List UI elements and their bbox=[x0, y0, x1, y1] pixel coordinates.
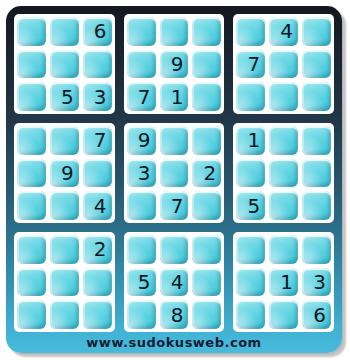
given-digit: 6 bbox=[313, 305, 326, 325]
sudoku-cell[interactable] bbox=[302, 126, 331, 155]
sudoku-cell[interactable] bbox=[236, 235, 265, 264]
sudoku-cell[interactable]: 1 bbox=[236, 126, 265, 155]
sudoku-cell[interactable] bbox=[269, 235, 298, 264]
sudoku-cell[interactable]: 6 bbox=[83, 17, 112, 46]
sudoku-cell[interactable] bbox=[302, 235, 331, 264]
given-digit: 7 bbox=[138, 87, 151, 107]
sudoku-cell[interactable] bbox=[127, 50, 156, 79]
sudoku-cell[interactable]: 3 bbox=[127, 159, 156, 188]
sudoku-cell[interactable] bbox=[192, 268, 221, 297]
sudoku-cell[interactable]: 4 bbox=[269, 17, 298, 46]
sudoku-cell[interactable] bbox=[160, 126, 189, 155]
site-link[interactable]: www.sudokusweb.com bbox=[14, 332, 334, 353]
sudoku-cell[interactable]: 7 bbox=[83, 126, 112, 155]
sudoku-boxes-grid: 653 971 47 794 9327 15 2 548 136 bbox=[14, 14, 334, 332]
sudoku-cell[interactable]: 5 bbox=[236, 191, 265, 220]
sudoku-box: 548 bbox=[124, 232, 225, 332]
given-digit: 5 bbox=[138, 272, 151, 292]
sudoku-cell[interactable] bbox=[192, 300, 221, 329]
sudoku-cell[interactable]: 3 bbox=[83, 82, 112, 111]
given-digit: 6 bbox=[94, 21, 107, 41]
sudoku-cell[interactable] bbox=[127, 17, 156, 46]
sudoku-cell[interactable] bbox=[160, 17, 189, 46]
sudoku-cell[interactable]: 8 bbox=[160, 300, 189, 329]
sudoku-cell[interactable] bbox=[302, 50, 331, 79]
given-digit: 9 bbox=[138, 130, 151, 150]
sudoku-cell[interactable] bbox=[236, 17, 265, 46]
sudoku-cell[interactable] bbox=[192, 17, 221, 46]
sudoku-cell[interactable]: 5 bbox=[127, 268, 156, 297]
given-digit: 1 bbox=[280, 272, 293, 292]
sudoku-cell[interactable] bbox=[17, 82, 46, 111]
sudoku-cell[interactable] bbox=[269, 191, 298, 220]
sudoku-cell[interactable] bbox=[127, 191, 156, 220]
sudoku-cell[interactable]: 1 bbox=[160, 82, 189, 111]
sudoku-box: 971 bbox=[124, 14, 225, 114]
given-digit: 5 bbox=[61, 87, 74, 107]
sudoku-cell[interactable] bbox=[17, 159, 46, 188]
given-digit: 4 bbox=[94, 196, 107, 216]
sudoku-cell[interactable] bbox=[269, 159, 298, 188]
sudoku-cell[interactable]: 9 bbox=[127, 126, 156, 155]
sudoku-cell[interactable] bbox=[17, 268, 46, 297]
sudoku-box: 794 bbox=[14, 123, 115, 223]
sudoku-cell[interactable] bbox=[236, 300, 265, 329]
sudoku-box: 653 bbox=[14, 14, 115, 114]
sudoku-cell[interactable] bbox=[83, 300, 112, 329]
sudoku-cell[interactable] bbox=[17, 17, 46, 46]
sudoku-cell[interactable] bbox=[50, 126, 79, 155]
sudoku-cell[interactable]: 7 bbox=[127, 82, 156, 111]
sudoku-cell[interactable] bbox=[192, 50, 221, 79]
given-digit: 9 bbox=[171, 54, 184, 74]
sudoku-cell[interactable] bbox=[17, 126, 46, 155]
sudoku-cell[interactable] bbox=[269, 300, 298, 329]
given-digit: 4 bbox=[171, 272, 184, 292]
sudoku-cell[interactable]: 9 bbox=[50, 159, 79, 188]
sudoku-cell[interactable]: 6 bbox=[302, 300, 331, 329]
sudoku-box: 15 bbox=[233, 123, 334, 223]
sudoku-board: 653 971 47 794 9327 15 2 548 136 www.sud… bbox=[6, 6, 342, 353]
sudoku-cell[interactable] bbox=[269, 82, 298, 111]
given-digit: 7 bbox=[171, 196, 184, 216]
given-digit: 3 bbox=[313, 272, 326, 292]
given-digit: 8 bbox=[171, 305, 184, 325]
sudoku-cell[interactable]: 4 bbox=[160, 268, 189, 297]
sudoku-cell[interactable] bbox=[302, 82, 331, 111]
sudoku-cell[interactable] bbox=[83, 50, 112, 79]
sudoku-cell[interactable]: 1 bbox=[269, 268, 298, 297]
given-digit: 4 bbox=[280, 21, 293, 41]
sudoku-cell[interactable] bbox=[17, 50, 46, 79]
sudoku-cell[interactable] bbox=[127, 235, 156, 264]
page: 653 971 47 794 9327 15 2 548 136 www.sud… bbox=[0, 0, 350, 360]
sudoku-cell[interactable]: 7 bbox=[236, 50, 265, 79]
given-digit: 7 bbox=[247, 54, 260, 74]
sudoku-cell[interactable] bbox=[302, 191, 331, 220]
sudoku-cell[interactable] bbox=[127, 300, 156, 329]
sudoku-cell[interactable]: 9 bbox=[160, 50, 189, 79]
given-digit: 3 bbox=[138, 163, 151, 183]
sudoku-cell[interactable] bbox=[236, 82, 265, 111]
sudoku-cell[interactable] bbox=[50, 50, 79, 79]
sudoku-cell[interactable] bbox=[269, 126, 298, 155]
sudoku-cell[interactable] bbox=[17, 235, 46, 264]
sudoku-cell[interactable] bbox=[192, 191, 221, 220]
sudoku-cell[interactable] bbox=[236, 268, 265, 297]
sudoku-cell[interactable] bbox=[192, 82, 221, 111]
sudoku-cell[interactable]: 4 bbox=[83, 191, 112, 220]
sudoku-cell[interactable] bbox=[17, 300, 46, 329]
sudoku-cell[interactable]: 2 bbox=[192, 159, 221, 188]
sudoku-cell[interactable] bbox=[236, 159, 265, 188]
sudoku-cell[interactable] bbox=[302, 17, 331, 46]
given-digit: 1 bbox=[247, 130, 260, 150]
sudoku-cell[interactable]: 2 bbox=[83, 235, 112, 264]
sudoku-box: 136 bbox=[233, 232, 334, 332]
given-digit: 1 bbox=[171, 87, 184, 107]
sudoku-cell[interactable] bbox=[302, 159, 331, 188]
sudoku-cell[interactable]: 5 bbox=[50, 82, 79, 111]
sudoku-cell[interactable] bbox=[83, 159, 112, 188]
sudoku-cell[interactable] bbox=[50, 235, 79, 264]
sudoku-cell[interactable] bbox=[269, 50, 298, 79]
given-digit: 3 bbox=[94, 87, 107, 107]
sudoku-cell[interactable] bbox=[50, 268, 79, 297]
sudoku-cell[interactable] bbox=[50, 191, 79, 220]
sudoku-cell[interactable] bbox=[17, 191, 46, 220]
sudoku-cell[interactable] bbox=[160, 235, 189, 264]
given-digit: 5 bbox=[247, 196, 260, 216]
sudoku-cell[interactable]: 7 bbox=[160, 191, 189, 220]
sudoku-cell[interactable] bbox=[192, 235, 221, 264]
sudoku-box: 2 bbox=[14, 232, 115, 332]
given-digit: 7 bbox=[94, 130, 107, 150]
sudoku-cell[interactable] bbox=[160, 159, 189, 188]
given-digit: 2 bbox=[204, 163, 217, 183]
sudoku-cell[interactable] bbox=[83, 268, 112, 297]
sudoku-box: 47 bbox=[233, 14, 334, 114]
sudoku-box: 9327 bbox=[124, 123, 225, 223]
sudoku-cell[interactable] bbox=[50, 300, 79, 329]
sudoku-cell[interactable] bbox=[192, 126, 221, 155]
sudoku-cell[interactable]: 3 bbox=[302, 268, 331, 297]
given-digit: 9 bbox=[61, 163, 74, 183]
sudoku-cell[interactable] bbox=[50, 17, 79, 46]
given-digit: 2 bbox=[94, 239, 107, 259]
